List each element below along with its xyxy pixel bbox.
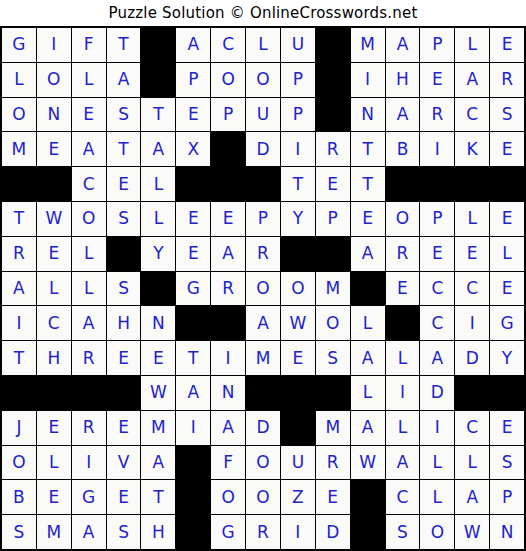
- letter-cell-r10c6[interactable]: T: [176, 341, 210, 375]
- block-cell-r7c10: [316, 237, 350, 271]
- letter-cell-r15c3[interactable]: A: [72, 515, 106, 549]
- letter-cell-r9c1[interactable]: I: [2, 306, 36, 340]
- letter-cell-r12c5[interactable]: M: [141, 411, 175, 445]
- letter-cell-r10c9[interactable]: E: [281, 341, 315, 375]
- letter-cell-r7c11[interactable]: A: [351, 237, 385, 271]
- letter-cell-r15c5[interactable]: H: [141, 515, 175, 549]
- letter-cell-r12c8[interactable]: D: [246, 411, 280, 445]
- letter-cell-r7c6[interactable]: E: [176, 237, 210, 271]
- block-cell-r4c7: [211, 132, 245, 166]
- block-cell-r5c7: [211, 167, 245, 201]
- letter-cell-r13c8[interactable]: O: [246, 446, 280, 480]
- block-cell-r5c14: [455, 167, 489, 201]
- letter-cell-r1c9[interactable]: U: [281, 28, 315, 62]
- letter-cell-r7c3[interactable]: L: [72, 237, 106, 271]
- letter-cell-r6c8[interactable]: P: [246, 202, 280, 236]
- letter-cell-r10c10[interactable]: S: [316, 341, 350, 375]
- letter-cell-r7c15[interactable]: L: [490, 237, 524, 271]
- letter-cell-r10c5[interactable]: E: [141, 341, 175, 375]
- block-cell-r11c9: [281, 376, 315, 410]
- letter-cell-r1c15[interactable]: E: [490, 28, 524, 62]
- crossword-solution-page: Puzzle Solution © OnlineCrosswords.net G…: [0, 0, 526, 551]
- letter-cell-r13c7[interactable]: F: [211, 446, 245, 480]
- letter-cell-r9c9[interactable]: W: [281, 306, 315, 340]
- letter-cell-r9c3[interactable]: A: [72, 306, 106, 340]
- letter-cell-r7c8[interactable]: R: [246, 237, 280, 271]
- letter-cell-r1c4[interactable]: T: [107, 28, 141, 62]
- letter-cell-r9c5[interactable]: N: [141, 306, 175, 340]
- block-cell-r8c11: [351, 272, 385, 306]
- letter-cell-r3c3[interactable]: E: [72, 98, 106, 132]
- letter-cell-r11c12[interactable]: I: [386, 376, 420, 410]
- letter-cell-r4c12[interactable]: B: [386, 132, 420, 166]
- letter-cell-r3c14[interactable]: C: [455, 98, 489, 132]
- letter-cell-r3c6[interactable]: E: [176, 98, 210, 132]
- letter-cell-r13c15[interactable]: S: [490, 446, 524, 480]
- block-cell-r3c10: [316, 98, 350, 132]
- block-cell-r5c2: [37, 167, 71, 201]
- letter-cell-r2c9[interactable]: P: [281, 63, 315, 97]
- letter-cell-r9c11[interactable]: L: [351, 306, 385, 340]
- letter-cell-r11c5[interactable]: W: [141, 376, 175, 410]
- letter-cell-r15c10[interactable]: D: [316, 515, 350, 549]
- letter-cell-r15c14[interactable]: W: [455, 515, 489, 549]
- letter-cell-r6c12[interactable]: O: [386, 202, 420, 236]
- letter-cell-r12c15[interactable]: E: [490, 411, 524, 445]
- letter-cell-r4c2[interactable]: E: [37, 132, 71, 166]
- block-cell-r5c6: [176, 167, 210, 201]
- letter-cell-r9c8[interactable]: A: [246, 306, 280, 340]
- letter-cell-r8c12[interactable]: E: [386, 272, 420, 306]
- letter-cell-r14c4[interactable]: E: [107, 480, 141, 514]
- block-cell-r11c15: [490, 376, 524, 410]
- letter-cell-r4c14[interactable]: K: [455, 132, 489, 166]
- letter-cell-r7c12[interactable]: R: [386, 237, 420, 271]
- letter-cell-r14c3[interactable]: G: [72, 480, 106, 514]
- letter-cell-r4c5[interactable]: A: [141, 132, 175, 166]
- letter-cell-r10c7[interactable]: I: [211, 341, 245, 375]
- letter-cell-r3c1[interactable]: O: [2, 98, 36, 132]
- block-cell-r11c8: [246, 376, 280, 410]
- letter-cell-r5c5[interactable]: L: [141, 167, 175, 201]
- letter-cell-r9c2[interactable]: C: [37, 306, 71, 340]
- letter-cell-r13c4[interactable]: V: [107, 446, 141, 480]
- letter-cell-r10c13[interactable]: A: [420, 341, 454, 375]
- letter-cell-r15c13[interactable]: O: [420, 515, 454, 549]
- letter-cell-r12c14[interactable]: C: [455, 411, 489, 445]
- letter-cell-r14c1[interactable]: B: [2, 480, 36, 514]
- letter-cell-r8c9[interactable]: O: [281, 272, 315, 306]
- letter-cell-r6c11[interactable]: E: [351, 202, 385, 236]
- letter-cell-r6c9[interactable]: Y: [281, 202, 315, 236]
- letter-cell-r10c4[interactable]: E: [107, 341, 141, 375]
- letter-cell-r8c8[interactable]: O: [246, 272, 280, 306]
- letter-cell-r12c10[interactable]: M: [316, 411, 350, 445]
- letter-cell-r10c12[interactable]: L: [386, 341, 420, 375]
- letter-cell-r15c7[interactable]: G: [211, 515, 245, 549]
- block-cell-r2c10: [316, 63, 350, 97]
- letter-cell-r8c6[interactable]: G: [176, 272, 210, 306]
- letter-cell-r11c13[interactable]: D: [420, 376, 454, 410]
- letter-cell-r13c14[interactable]: L: [455, 446, 489, 480]
- letter-cell-r4c9[interactable]: I: [281, 132, 315, 166]
- letter-cell-r6c3[interactable]: O: [72, 202, 106, 236]
- block-cell-r12c9: [281, 411, 315, 445]
- block-cell-r8c5: [141, 272, 175, 306]
- letter-cell-r8c2[interactable]: L: [37, 272, 71, 306]
- letter-cell-r2c12[interactable]: H: [386, 63, 420, 97]
- letter-cell-r7c13[interactable]: E: [420, 237, 454, 271]
- letter-cell-r14c8[interactable]: O: [246, 480, 280, 514]
- letter-cell-r2c2[interactable]: O: [37, 63, 71, 97]
- letter-cell-r8c14[interactable]: C: [455, 272, 489, 306]
- letter-cell-r12c13[interactable]: I: [420, 411, 454, 445]
- letter-cell-r2c3[interactable]: L: [72, 63, 106, 97]
- letter-cell-r7c7[interactable]: A: [211, 237, 245, 271]
- letter-cell-r3c12[interactable]: A: [386, 98, 420, 132]
- letter-cell-r6c15[interactable]: E: [490, 202, 524, 236]
- letter-cell-r12c7[interactable]: A: [211, 411, 245, 445]
- page-title: Puzzle Solution © OnlineCrosswords.net: [0, 0, 526, 26]
- block-cell-r11c10: [316, 376, 350, 410]
- letter-cell-r14c13[interactable]: L: [420, 480, 454, 514]
- letter-cell-r15c9[interactable]: I: [281, 515, 315, 549]
- letter-cell-r9c10[interactable]: O: [316, 306, 350, 340]
- letter-cell-r3c2[interactable]: N: [37, 98, 71, 132]
- letter-cell-r6c1[interactable]: T: [2, 202, 36, 236]
- letter-cell-r3c13[interactable]: R: [420, 98, 454, 132]
- letter-cell-r10c14[interactable]: D: [455, 341, 489, 375]
- letter-cell-r6c5[interactable]: L: [141, 202, 175, 236]
- letter-cell-r13c3[interactable]: I: [72, 446, 106, 480]
- letter-cell-r15c2[interactable]: M: [37, 515, 71, 549]
- letter-cell-r12c6[interactable]: I: [176, 411, 210, 445]
- block-cell-r14c11: [351, 480, 385, 514]
- letter-cell-r5c3[interactable]: C: [72, 167, 106, 201]
- block-cell-r15c6: [176, 515, 210, 549]
- letter-cell-r6c6[interactable]: E: [176, 202, 210, 236]
- letter-cell-r8c4[interactable]: S: [107, 272, 141, 306]
- letter-cell-r2c4[interactable]: A: [107, 63, 141, 97]
- letter-cell-r6c13[interactable]: P: [420, 202, 454, 236]
- letter-cell-r8c13[interactable]: C: [420, 272, 454, 306]
- letter-cell-r12c3[interactable]: R: [72, 411, 106, 445]
- letter-cell-r15c8[interactable]: R: [246, 515, 280, 549]
- letter-cell-r1c6[interactable]: A: [176, 28, 210, 62]
- letter-cell-r1c8[interactable]: L: [246, 28, 280, 62]
- letter-cell-r3c9[interactable]: P: [281, 98, 315, 132]
- block-cell-r11c1: [2, 376, 36, 410]
- block-cell-r13c6: [176, 446, 210, 480]
- letter-cell-r9c13[interactable]: C: [420, 306, 454, 340]
- letter-cell-r11c11[interactable]: L: [351, 376, 385, 410]
- letter-cell-r8c15[interactable]: E: [490, 272, 524, 306]
- letter-cell-r8c3[interactable]: L: [72, 272, 106, 306]
- letter-cell-r13c2[interactable]: L: [37, 446, 71, 480]
- letter-cell-r10c1[interactable]: T: [2, 341, 36, 375]
- letter-cell-r13c13[interactable]: L: [420, 446, 454, 480]
- letter-cell-r2c11[interactable]: I: [351, 63, 385, 97]
- block-cell-r9c6: [176, 306, 210, 340]
- letter-cell-r4c11[interactable]: T: [351, 132, 385, 166]
- letter-cell-r1c1[interactable]: G: [2, 28, 36, 62]
- block-cell-r7c9: [281, 237, 315, 271]
- letter-cell-r6c14[interactable]: L: [455, 202, 489, 236]
- letter-cell-r12c2[interactable]: E: [37, 411, 71, 445]
- letter-cell-r3c4[interactable]: S: [107, 98, 141, 132]
- letter-cell-r13c11[interactable]: W: [351, 446, 385, 480]
- letter-cell-r14c12[interactable]: C: [386, 480, 420, 514]
- letter-cell-r2c8[interactable]: O: [246, 63, 280, 97]
- letter-cell-r14c14[interactable]: A: [455, 480, 489, 514]
- letter-cell-r10c11[interactable]: A: [351, 341, 385, 375]
- letter-cell-r8c7[interactable]: R: [211, 272, 245, 306]
- letter-cell-r2c1[interactable]: L: [2, 63, 36, 97]
- letter-cell-r13c10[interactable]: R: [316, 446, 350, 480]
- letter-cell-r1c3[interactable]: F: [72, 28, 106, 62]
- letter-cell-r13c9[interactable]: U: [281, 446, 315, 480]
- letter-cell-r6c4[interactable]: S: [107, 202, 141, 236]
- letter-cell-r4c3[interactable]: A: [72, 132, 106, 166]
- letter-cell-r12c11[interactable]: A: [351, 411, 385, 445]
- block-cell-r5c1: [2, 167, 36, 201]
- block-cell-r11c2: [37, 376, 71, 410]
- letter-cell-r10c3[interactable]: R: [72, 341, 106, 375]
- letter-cell-r12c4[interactable]: E: [107, 411, 141, 445]
- letter-cell-r4c15[interactable]: E: [490, 132, 524, 166]
- letter-cell-r8c10[interactable]: M: [316, 272, 350, 306]
- letter-cell-r3c15[interactable]: S: [490, 98, 524, 132]
- letter-cell-r9c15[interactable]: G: [490, 306, 524, 340]
- letter-cell-r5c10[interactable]: E: [316, 167, 350, 201]
- block-cell-r9c12: [386, 306, 420, 340]
- block-cell-r5c8: [246, 167, 280, 201]
- block-cell-r11c14: [455, 376, 489, 410]
- block-cell-r1c5: [141, 28, 175, 62]
- letter-cell-r1c2[interactable]: I: [37, 28, 71, 62]
- letter-cell-r6c2[interactable]: W: [37, 202, 71, 236]
- block-cell-r14c6: [176, 480, 210, 514]
- letter-cell-r2c14[interactable]: A: [455, 63, 489, 97]
- letter-cell-r15c12[interactable]: S: [386, 515, 420, 549]
- block-cell-r7c4: [107, 237, 141, 271]
- letter-cell-r5c11[interactable]: T: [351, 167, 385, 201]
- letter-cell-r2c15[interactable]: R: [490, 63, 524, 97]
- letter-cell-r4c6[interactable]: X: [176, 132, 210, 166]
- block-cell-r9c7: [211, 306, 245, 340]
- letter-cell-r14c2[interactable]: E: [37, 480, 71, 514]
- letter-cell-r4c10[interactable]: R: [316, 132, 350, 166]
- letter-cell-r3c7[interactable]: P: [211, 98, 245, 132]
- letter-cell-r4c8[interactable]: D: [246, 132, 280, 166]
- letter-cell-r3c11[interactable]: N: [351, 98, 385, 132]
- letter-cell-r1c13[interactable]: P: [420, 28, 454, 62]
- letter-cell-r14c10[interactable]: E: [316, 480, 350, 514]
- letter-cell-r13c1[interactable]: O: [2, 446, 36, 480]
- letter-cell-r11c7[interactable]: N: [211, 376, 245, 410]
- block-cell-r5c12: [386, 167, 420, 201]
- letter-cell-r15c4[interactable]: S: [107, 515, 141, 549]
- letter-cell-r12c1[interactable]: J: [2, 411, 36, 445]
- block-cell-r1c10: [316, 28, 350, 62]
- block-cell-r11c3: [72, 376, 106, 410]
- block-cell-r5c15: [490, 167, 524, 201]
- letter-cell-r4c13[interactable]: I: [420, 132, 454, 166]
- letter-cell-r12c12[interactable]: L: [386, 411, 420, 445]
- letter-cell-r1c12[interactable]: A: [386, 28, 420, 62]
- letter-cell-r4c1[interactable]: M: [2, 132, 36, 166]
- letter-cell-r9c4[interactable]: H: [107, 306, 141, 340]
- letter-cell-r14c9[interactable]: Z: [281, 480, 315, 514]
- letter-cell-r6c7[interactable]: E: [211, 202, 245, 236]
- letter-cell-r14c5[interactable]: T: [141, 480, 175, 514]
- letter-cell-r14c7[interactable]: O: [211, 480, 245, 514]
- letter-cell-r2c7[interactable]: O: [211, 63, 245, 97]
- block-cell-r5c13: [420, 167, 454, 201]
- letter-cell-r4c4[interactable]: T: [107, 132, 141, 166]
- letter-cell-r10c15[interactable]: Y: [490, 341, 524, 375]
- letter-cell-r5c9[interactable]: T: [281, 167, 315, 201]
- letter-cell-r6c10[interactable]: P: [316, 202, 350, 236]
- letter-cell-r9c14[interactable]: I: [455, 306, 489, 340]
- letter-cell-r7c2[interactable]: E: [37, 237, 71, 271]
- block-cell-r11c4: [107, 376, 141, 410]
- letter-cell-r2c13[interactable]: E: [420, 63, 454, 97]
- letter-cell-r13c5[interactable]: A: [141, 446, 175, 480]
- letter-cell-r7c5[interactable]: Y: [141, 237, 175, 271]
- letter-cell-r1c7[interactable]: C: [211, 28, 245, 62]
- letter-cell-r1c11[interactable]: M: [351, 28, 385, 62]
- letter-cell-r13c12[interactable]: A: [386, 446, 420, 480]
- letter-cell-r2c6[interactable]: P: [176, 63, 210, 97]
- letter-cell-r3c5[interactable]: T: [141, 98, 175, 132]
- block-cell-r15c11: [351, 515, 385, 549]
- letter-cell-r14c15[interactable]: P: [490, 480, 524, 514]
- letter-cell-r3c8[interactable]: U: [246, 98, 280, 132]
- letter-cell-r5c4[interactable]: E: [107, 167, 141, 201]
- letter-cell-r11c6[interactable]: A: [176, 376, 210, 410]
- letter-cell-r10c2[interactable]: H: [37, 341, 71, 375]
- letter-cell-r7c14[interactable]: E: [455, 237, 489, 271]
- letter-cell-r15c15[interactable]: N: [490, 515, 524, 549]
- letter-cell-r15c1[interactable]: S: [2, 515, 36, 549]
- letter-cell-r10c8[interactable]: M: [246, 341, 280, 375]
- block-cell-r2c5: [141, 63, 175, 97]
- crossword-grid: GIFTACLUMAPLELOLAPOOPIHEARONESTEPUPNARCS…: [0, 26, 526, 551]
- letter-cell-r1c14[interactable]: L: [455, 28, 489, 62]
- letter-cell-r7c1[interactable]: R: [2, 237, 36, 271]
- letter-cell-r8c1[interactable]: A: [2, 272, 36, 306]
